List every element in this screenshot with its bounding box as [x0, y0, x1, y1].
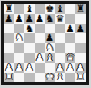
square-a1[interactable]: ♜ [4, 73, 14, 83]
square-e6[interactable] [45, 24, 55, 34]
square-d3[interactable]: ♟ [35, 53, 45, 63]
square-f4[interactable] [55, 43, 65, 53]
square-f2[interactable]: ♟ [55, 63, 65, 73]
square-a8[interactable]: ♜ [4, 4, 14, 14]
square-h6[interactable]: ♟ [75, 24, 85, 34]
square-a4[interactable] [4, 43, 14, 53]
square-c1[interactable] [24, 73, 34, 83]
piece-black-pawn: ♟ [5, 14, 14, 23]
square-h1[interactable]: ♜ [75, 73, 85, 83]
square-c6[interactable]: ♞ [24, 24, 34, 34]
piece-black-king: ♚ [45, 4, 54, 13]
square-e1[interactable]: ♚ [45, 73, 55, 83]
square-c8[interactable]: ♝ [24, 4, 34, 14]
square-g2[interactable]: ♟ [65, 63, 75, 73]
square-e4[interactable]: ♞ [45, 43, 55, 53]
square-h4[interactable] [75, 43, 85, 53]
square-f5[interactable] [55, 33, 65, 43]
piece-white-pawn: ♟ [15, 63, 24, 72]
piece-black-pawn: ♟ [66, 24, 75, 33]
chess-board: ♜♝♚♝♜♟♟♟♟♞♛♞♟♟♞♟♞♟♝♛♟♟♟♟♟♟♜♚♝♜ [4, 4, 86, 82]
square-b8[interactable] [14, 4, 24, 14]
piece-black-bishop: ♝ [25, 4, 34, 13]
square-d6[interactable] [35, 24, 45, 34]
square-a7[interactable]: ♟ [4, 14, 14, 24]
square-b2[interactable]: ♟ [14, 63, 24, 73]
square-b4[interactable] [14, 43, 24, 53]
piece-black-pawn: ♟ [15, 14, 24, 23]
square-f7[interactable]: ♛ [55, 14, 65, 24]
square-e7[interactable]: ♞ [45, 14, 55, 24]
square-b7[interactable]: ♟ [14, 14, 24, 24]
piece-white-king: ♚ [45, 73, 54, 82]
piece-white-rook: ♜ [5, 73, 14, 82]
square-a5[interactable] [4, 33, 14, 43]
piece-white-pawn: ♟ [66, 63, 75, 72]
square-c2[interactable]: ♟ [24, 63, 34, 73]
square-e2[interactable] [45, 63, 55, 73]
square-f8[interactable]: ♝ [55, 4, 65, 14]
piece-black-pawn: ♟ [76, 24, 85, 33]
square-d5[interactable] [35, 33, 45, 43]
square-d7[interactable]: ♟ [35, 14, 45, 24]
piece-white-pawn: ♟ [35, 53, 44, 62]
square-b5[interactable]: ♞ [14, 33, 24, 43]
piece-black-knight: ♞ [45, 14, 54, 23]
piece-white-queen: ♛ [66, 53, 75, 62]
square-d1[interactable] [35, 73, 45, 83]
square-a6[interactable] [4, 24, 14, 34]
square-b6[interactable] [14, 24, 24, 34]
piece-black-rook: ♜ [76, 4, 85, 13]
square-c4[interactable] [24, 43, 34, 53]
square-g6[interactable]: ♟ [65, 24, 75, 34]
piece-white-pawn: ♟ [5, 63, 14, 72]
piece-white-pawn: ♟ [76, 63, 85, 72]
square-a3[interactable] [4, 53, 14, 63]
square-h7[interactable] [75, 14, 85, 24]
square-b3[interactable] [14, 53, 24, 63]
piece-black-pawn: ♟ [45, 33, 54, 42]
square-a2[interactable]: ♟ [4, 63, 14, 73]
piece-white-knight: ♞ [45, 43, 54, 52]
square-d8[interactable] [35, 4, 45, 14]
square-f1[interactable]: ♝ [55, 73, 65, 83]
square-g5[interactable] [65, 33, 75, 43]
piece-black-queen: ♛ [56, 14, 65, 23]
square-h8[interactable]: ♜ [75, 4, 85, 14]
square-d4[interactable] [35, 43, 45, 53]
square-c7[interactable]: ♟ [24, 14, 34, 24]
square-g8[interactable] [65, 4, 75, 14]
square-g3[interactable]: ♛ [65, 53, 75, 63]
piece-white-rook: ♜ [76, 73, 85, 82]
piece-white-bishop: ♝ [45, 53, 54, 62]
square-h3[interactable] [75, 53, 85, 63]
square-g1[interactable] [65, 73, 75, 83]
piece-white-pawn: ♟ [56, 63, 65, 72]
piece-white-knight: ♞ [15, 33, 24, 42]
square-f6[interactable] [55, 24, 65, 34]
square-c5[interactable] [24, 33, 34, 43]
piece-white-bishop: ♝ [56, 73, 65, 82]
square-d2[interactable] [35, 63, 45, 73]
piece-black-rook: ♜ [5, 4, 14, 13]
square-g7[interactable] [65, 14, 75, 24]
square-e3[interactable]: ♝ [45, 53, 55, 63]
square-e8[interactable]: ♚ [45, 4, 55, 14]
square-h5[interactable] [75, 33, 85, 43]
square-b1[interactable] [14, 73, 24, 83]
square-c3[interactable] [24, 53, 34, 63]
piece-black-pawn: ♟ [25, 14, 34, 23]
square-e5[interactable]: ♟ [45, 33, 55, 43]
piece-white-pawn: ♟ [25, 63, 34, 72]
chess-board-frame: ♜♝♚♝♜♟♟♟♟♞♛♞♟♟♞♟♞♟♝♛♟♟♟♟♟♟♜♚♝♜ [1, 1, 89, 85]
piece-black-bishop: ♝ [56, 4, 65, 13]
piece-black-knight: ♞ [25, 24, 34, 33]
square-g4[interactable] [65, 43, 75, 53]
piece-black-pawn: ♟ [35, 14, 44, 23]
square-h2[interactable]: ♟ [75, 63, 85, 73]
square-f3[interactable] [55, 53, 65, 63]
